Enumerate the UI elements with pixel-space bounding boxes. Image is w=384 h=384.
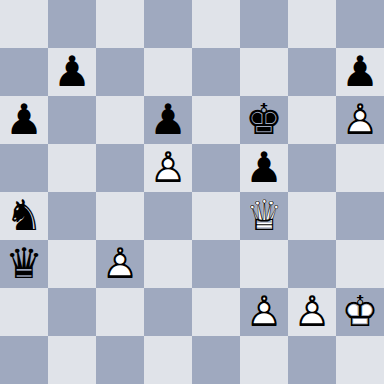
square-f2[interactable]: ♟♙ [240,288,288,336]
black-pawn-glyph: ♟ [144,96,192,144]
square-d4[interactable] [144,192,192,240]
square-f4[interactable]: ♛♕ [240,192,288,240]
square-d1[interactable] [144,336,192,384]
square-h3[interactable] [336,240,384,288]
square-a4[interactable]: ♞ [0,192,48,240]
square-h7[interactable]: ♟ [336,48,384,96]
piece-black-pawn[interactable]: ♟ [144,96,192,144]
piece-black-pawn[interactable]: ♟ [240,144,288,192]
square-b8[interactable] [48,0,96,48]
square-g6[interactable] [288,96,336,144]
square-a5[interactable] [0,144,48,192]
square-a8[interactable] [0,0,48,48]
square-c2[interactable] [96,288,144,336]
square-b6[interactable] [48,96,96,144]
square-e6[interactable] [192,96,240,144]
white-pawn-glyph-outline: ♙ [96,240,144,288]
square-d3[interactable] [144,240,192,288]
black-pawn-glyph: ♟ [48,48,96,96]
square-d2[interactable] [144,288,192,336]
square-f1[interactable] [240,336,288,384]
black-pawn-glyph: ♟ [0,96,48,144]
piece-black-pawn[interactable]: ♟ [336,48,384,96]
square-d8[interactable] [144,0,192,48]
piece-white-pawn[interactable]: ♟♙ [288,288,336,336]
square-a6[interactable]: ♟ [0,96,48,144]
black-knight-glyph: ♞ [0,192,48,240]
square-c7[interactable] [96,48,144,96]
piece-white-pawn[interactable]: ♟♙ [144,144,192,192]
black-pawn-glyph: ♟ [240,144,288,192]
chess-board: ♟♟♟♟♚♟♙♟♙♟♞♛♕♛♟♙♟♙♟♙♚♔ [0,0,384,384]
piece-black-knight[interactable]: ♞ [0,192,48,240]
square-g1[interactable] [288,336,336,384]
white-queen-glyph-outline: ♕ [240,192,288,240]
square-e7[interactable] [192,48,240,96]
square-h8[interactable] [336,0,384,48]
square-f8[interactable] [240,0,288,48]
square-g2[interactable]: ♟♙ [288,288,336,336]
square-a3[interactable]: ♛ [0,240,48,288]
square-d7[interactable] [144,48,192,96]
piece-white-pawn[interactable]: ♟♙ [336,96,384,144]
square-b3[interactable] [48,240,96,288]
square-b5[interactable] [48,144,96,192]
square-h6[interactable]: ♟♙ [336,96,384,144]
white-pawn-glyph-outline: ♙ [144,144,192,192]
square-b4[interactable] [48,192,96,240]
piece-black-pawn[interactable]: ♟ [0,96,48,144]
square-e1[interactable] [192,336,240,384]
white-pawn-glyph-outline: ♙ [336,96,384,144]
piece-white-pawn[interactable]: ♟♙ [96,240,144,288]
piece-white-king[interactable]: ♚♔ [336,288,384,336]
white-pawn-glyph-outline: ♙ [240,288,288,336]
piece-black-pawn[interactable]: ♟ [48,48,96,96]
square-a2[interactable] [0,288,48,336]
chess-board-wrap: ♟♟♟♟♚♟♙♟♙♟♞♛♕♛♟♙♟♙♟♙♚♔ [0,0,384,384]
square-g3[interactable] [288,240,336,288]
square-g5[interactable] [288,144,336,192]
square-g7[interactable] [288,48,336,96]
square-g4[interactable] [288,192,336,240]
black-king-glyph: ♚ [240,96,288,144]
square-d5[interactable]: ♟♙ [144,144,192,192]
square-h4[interactable] [336,192,384,240]
square-c3[interactable]: ♟♙ [96,240,144,288]
square-c5[interactable] [96,144,144,192]
square-e8[interactable] [192,0,240,48]
square-a7[interactable] [0,48,48,96]
piece-white-pawn[interactable]: ♟♙ [240,288,288,336]
square-e5[interactable] [192,144,240,192]
square-f7[interactable] [240,48,288,96]
square-e3[interactable] [192,240,240,288]
square-f6[interactable]: ♚ [240,96,288,144]
square-b2[interactable] [48,288,96,336]
piece-white-queen[interactable]: ♛♕ [240,192,288,240]
square-c6[interactable] [96,96,144,144]
piece-black-queen[interactable]: ♛ [0,240,48,288]
white-king-glyph-outline: ♔ [336,288,384,336]
square-a1[interactable] [0,336,48,384]
square-b1[interactable] [48,336,96,384]
square-h1[interactable] [336,336,384,384]
square-c4[interactable] [96,192,144,240]
square-d6[interactable]: ♟ [144,96,192,144]
white-pawn-glyph-outline: ♙ [288,288,336,336]
square-g8[interactable] [288,0,336,48]
square-b7[interactable]: ♟ [48,48,96,96]
black-queen-glyph: ♛ [0,240,48,288]
square-c8[interactable] [96,0,144,48]
square-e4[interactable] [192,192,240,240]
square-h2[interactable]: ♚♔ [336,288,384,336]
square-f3[interactable] [240,240,288,288]
square-f5[interactable]: ♟ [240,144,288,192]
square-c1[interactable] [96,336,144,384]
square-e2[interactable] [192,288,240,336]
black-pawn-glyph: ♟ [336,48,384,96]
piece-black-king[interactable]: ♚ [240,96,288,144]
square-h5[interactable] [336,144,384,192]
